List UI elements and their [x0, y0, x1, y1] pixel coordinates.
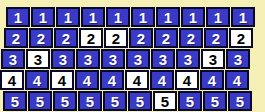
tile-r4c6-white[interactable]: 4 — [125, 70, 149, 90]
tile-r1c2-blue[interactable]: 1 — [31, 7, 55, 27]
tile-r1c1-blue[interactable]: 1 — [6, 7, 30, 27]
tile-r1c4-blue[interactable]: 1 — [81, 7, 105, 27]
tile-r4c8-white[interactable]: 4 — [175, 70, 199, 90]
tile-r2c5-white[interactable]: 2 — [104, 28, 128, 48]
tile-r1c9-blue[interactable]: 1 — [206, 7, 230, 27]
tile-r3c1-blue[interactable]: 3 — [1, 49, 25, 69]
tile-r4c5-blue[interactable]: 4 — [100, 70, 124, 90]
tile-r1c6-blue[interactable]: 1 — [131, 7, 155, 27]
tile-r5c5-blue[interactable]: 5 — [103, 91, 127, 111]
tile-r4c7-blue[interactable]: 4 — [150, 70, 174, 90]
tile-r4c1-white[interactable]: 4 — [0, 70, 24, 90]
tile-row-5: 5555555555 — [3, 91, 265, 111]
tile-r4c4-blue[interactable]: 4 — [75, 70, 99, 90]
tile-r2c2-blue[interactable]: 2 — [29, 28, 53, 48]
tile-r4c2-blue[interactable]: 4 — [25, 70, 49, 90]
tile-r2c6-blue[interactable]: 2 — [129, 28, 153, 48]
tile-r2c3-blue[interactable]: 2 — [54, 28, 78, 48]
tile-r5c7-white[interactable]: 5 — [153, 91, 177, 111]
tile-r5c1-blue[interactable]: 5 — [3, 91, 27, 111]
tile-r3c9-white[interactable]: 3 — [201, 49, 225, 69]
tile-r5c9-blue[interactable]: 5 — [203, 91, 227, 111]
tile-r1c8-blue[interactable]: 1 — [181, 7, 205, 27]
board: 1111111111222222222233333333334444444444… — [0, 7, 265, 112]
tile-r3c10-blue[interactable]: 3 — [226, 49, 250, 69]
tile-r3c7-blue[interactable]: 3 — [151, 49, 175, 69]
tile-r5c3-blue[interactable]: 5 — [53, 91, 77, 111]
tile-r1c5-blue[interactable]: 1 — [106, 7, 130, 27]
tile-r2c8-blue[interactable]: 2 — [179, 28, 203, 48]
tile-row-4: 4444444444 — [0, 70, 265, 90]
tile-r3c6-blue[interactable]: 3 — [126, 49, 150, 69]
tile-r5c4-blue[interactable]: 5 — [78, 91, 102, 111]
tile-r5c6-blue[interactable]: 5 — [128, 91, 152, 111]
tile-r1c3-blue[interactable]: 1 — [56, 7, 80, 27]
tile-r2c9-blue[interactable]: 2 — [204, 28, 228, 48]
tile-r3c4-blue[interactable]: 3 — [76, 49, 100, 69]
tile-r3c2-white[interactable]: 3 — [26, 49, 50, 69]
tile-r2c10-white[interactable]: 2 — [229, 28, 253, 48]
tile-r2c1-blue[interactable]: 2 — [4, 28, 28, 48]
tile-r4c10-blue[interactable]: 4 — [225, 70, 249, 90]
tile-r1c10-blue[interactable]: 1 — [231, 7, 255, 27]
tile-r5c2-blue[interactable]: 5 — [28, 91, 52, 111]
tile-r2c7-blue[interactable]: 2 — [154, 28, 178, 48]
tile-r3c3-blue[interactable]: 3 — [51, 49, 75, 69]
tile-row-2: 2222222222 — [4, 28, 265, 48]
tile-r2c4-white[interactable]: 2 — [79, 28, 103, 48]
tile-r1c7-blue[interactable]: 1 — [156, 7, 180, 27]
tile-r4c3-white[interactable]: 4 — [50, 70, 74, 90]
tile-row-3: 3333333333 — [1, 49, 265, 69]
tile-r5c8-blue[interactable]: 5 — [178, 91, 202, 111]
tile-r4c9-blue[interactable]: 4 — [200, 70, 224, 90]
tile-r3c5-blue[interactable]: 3 — [101, 49, 125, 69]
tile-r5c10-blue[interactable]: 5 — [228, 91, 252, 111]
tile-r3c8-blue[interactable]: 3 — [176, 49, 200, 69]
tile-row-1: 1111111111 — [6, 7, 265, 27]
